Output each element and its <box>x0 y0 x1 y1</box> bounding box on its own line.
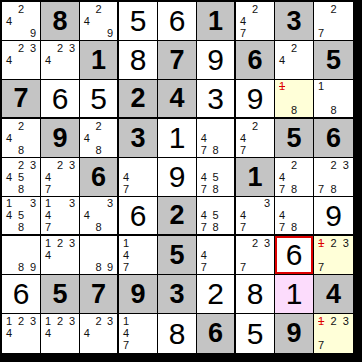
cell-r9c7[interactable]: 5 <box>236 314 275 353</box>
cell-r7c1[interactable]: 89 <box>2 236 41 275</box>
candidates: 47 <box>119 158 157 196</box>
candidate-3: 3 <box>104 198 116 210</box>
candidate-3: 3 <box>340 237 352 249</box>
candidate-9: 9 <box>104 261 116 273</box>
cell-r8c4[interactable]: 9 <box>119 275 158 314</box>
cell-r3c2[interactable]: 6 <box>41 80 80 119</box>
cell-r1c8[interactable]: 3 <box>275 2 314 41</box>
given-value: 5 <box>326 47 341 74</box>
candidates: 248 <box>2 119 40 157</box>
candidate-8: 8 <box>93 144 105 156</box>
candidate-2: 2 <box>327 237 339 249</box>
cell-r5c3[interactable]: 6 <box>80 158 119 197</box>
cell-r3c4[interactable]: 2 <box>119 80 158 119</box>
candidates: 2347 <box>41 158 79 196</box>
candidate-7: 7 <box>276 221 288 233</box>
cell-r7c8[interactable]: 6 <box>275 236 314 275</box>
given-value: 7 <box>169 47 184 74</box>
cell-r1c1[interactable]: 249 <box>2 2 41 41</box>
candidate-8: 8 <box>210 221 222 233</box>
candidate-7: 7 <box>237 221 249 233</box>
candidate-8: 8 <box>288 221 300 233</box>
candidates: 249 <box>2 2 40 40</box>
candidate-1: 1 <box>42 315 54 327</box>
candidate-4: 4 <box>120 249 132 261</box>
candidate-9: 9 <box>27 27 39 39</box>
candidates: 4578 <box>197 197 234 234</box>
given-value: 3 <box>169 281 184 308</box>
candidate-1: 1 <box>42 237 54 249</box>
candidate-7: 7 <box>237 27 249 39</box>
candidate-8: 8 <box>327 183 339 195</box>
candidates: 234 <box>41 41 79 79</box>
candidate-3: 3 <box>27 42 39 54</box>
cell-r8c5[interactable]: 3 <box>158 275 197 314</box>
candidate-4: 4 <box>198 210 210 222</box>
candidate-2: 2 <box>15 315 27 327</box>
cell-r6c3[interactable]: 348 <box>80 197 119 236</box>
cell-r5c6[interactable]: 4578 <box>197 158 236 197</box>
candidate-4: 4 <box>198 171 210 183</box>
solved-value: 6 <box>286 240 303 270</box>
candidate-2: 2 <box>93 120 105 132</box>
candidate-4: 4 <box>276 171 288 183</box>
candidate-2: 2 <box>15 3 27 15</box>
solved-value: 3 <box>207 84 224 114</box>
cell-r2c2[interactable]: 234 <box>41 41 80 80</box>
solved-value: 1 <box>169 123 186 153</box>
eliminated-candidate-1: 1 <box>315 237 327 249</box>
solved-value: 5 <box>90 84 107 114</box>
candidate-7: 7 <box>198 144 210 156</box>
cell-r7c7[interactable]: 237 <box>236 236 275 275</box>
given-value: 5 <box>169 242 184 269</box>
candidate-9: 9 <box>104 27 116 39</box>
cell-r6c4[interactable]: 6 <box>119 197 158 236</box>
candidates: 247 <box>236 119 274 157</box>
candidate-5: 5 <box>210 171 222 183</box>
eliminated-candidate-1: 1 <box>276 81 288 93</box>
candidate-2: 2 <box>54 315 66 327</box>
solved-value: 8 <box>130 45 147 75</box>
cell-r8c8[interactable]: 1 <box>275 275 314 314</box>
given-value: 8 <box>52 8 67 35</box>
candidate-8: 8 <box>15 144 27 156</box>
candidate-8: 8 <box>288 104 300 116</box>
eliminated-candidate-1: 1 <box>315 315 327 327</box>
given-value: 5 <box>286 125 301 152</box>
candidate-3: 3 <box>66 42 78 54</box>
candidate-7: 7 <box>237 261 249 273</box>
candidate-1: 1 <box>120 237 132 249</box>
given-value: 9 <box>286 320 301 347</box>
candidate-7: 7 <box>198 261 210 273</box>
cell-r5c7[interactable]: 1 <box>236 158 275 197</box>
candidate-2: 2 <box>54 237 66 249</box>
candidate-2: 2 <box>249 120 261 132</box>
candidate-4: 4 <box>120 327 132 339</box>
candidates: 234 <box>80 314 117 353</box>
candidate-3: 3 <box>27 198 39 210</box>
given-value: 7 <box>13 85 28 112</box>
candidate-1: 1 <box>120 315 132 327</box>
cell-r5c5[interactable]: 9 <box>158 158 197 197</box>
candidate-8: 8 <box>210 144 222 156</box>
cell-r1c3[interactable]: 249 <box>80 2 119 41</box>
candidate-7: 7 <box>276 183 288 195</box>
candidate-3: 3 <box>66 315 78 327</box>
candidate-2: 2 <box>288 159 300 171</box>
candidate-8: 8 <box>93 261 105 273</box>
cell-r2c8[interactable]: 24 <box>275 41 314 80</box>
cell-r2c4[interactable]: 8 <box>119 41 158 80</box>
candidates: 81 <box>275 80 313 117</box>
candidates: 13458 <box>2 197 40 234</box>
candidates: 247 <box>236 2 274 40</box>
candidate-3: 3 <box>261 198 273 210</box>
cell-r5c9[interactable]: 2378 <box>314 158 353 197</box>
candidate-4: 4 <box>198 249 210 261</box>
given-value: 4 <box>326 281 341 308</box>
candidate-2: 2 <box>288 42 300 54</box>
solved-value: 2 <box>207 279 224 309</box>
cell-r9c9[interactable]: 2371 <box>314 314 353 353</box>
candidate-4: 4 <box>81 132 93 144</box>
cell-r6c6[interactable]: 4578 <box>197 197 236 236</box>
given-value: 3 <box>130 125 145 152</box>
cell-r2c7[interactable]: 6 <box>236 41 275 80</box>
candidate-4: 4 <box>81 327 93 339</box>
candidate-3: 3 <box>104 315 116 327</box>
cell-r6c8[interactable]: 478 <box>275 197 314 236</box>
candidate-2: 2 <box>15 42 27 54</box>
given-value: 2 <box>169 202 184 229</box>
candidates: 2478 <box>275 158 313 196</box>
cell-r4c5[interactable]: 1 <box>158 119 197 158</box>
candidate-2: 2 <box>327 315 339 327</box>
candidate-7: 7 <box>120 183 132 195</box>
candidates: 47 <box>197 236 234 274</box>
cell-r5c4[interactable]: 47 <box>119 158 158 197</box>
cell-r2c1[interactable]: 234 <box>2 41 41 80</box>
candidate-7: 7 <box>198 221 210 233</box>
cell-r6c5[interactable]: 2 <box>158 197 197 236</box>
candidate-8: 8 <box>210 183 222 195</box>
candidate-4: 4 <box>42 171 54 183</box>
cell-r3c9[interactable]: 18 <box>314 80 353 119</box>
given-value: 6 <box>247 47 262 74</box>
candidate-7: 7 <box>315 261 327 273</box>
candidates: 348 <box>80 197 117 234</box>
solved-value: 8 <box>169 319 186 349</box>
candidates: 2378 <box>314 158 353 196</box>
solved-value: 9 <box>207 45 224 75</box>
candidate-4: 4 <box>237 15 249 27</box>
candidate-4: 4 <box>81 210 93 222</box>
cell-r4c1[interactable]: 248 <box>2 119 41 158</box>
candidates: 1234 <box>41 314 79 353</box>
cell-r2c9[interactable]: 5 <box>314 41 353 80</box>
cell-r4c6[interactable]: 478 <box>197 119 236 158</box>
given-value: 1 <box>208 8 223 35</box>
given-value: 9 <box>52 125 67 152</box>
candidates: 478 <box>197 119 234 157</box>
solved-value: 5 <box>247 319 264 349</box>
candidate-4: 4 <box>276 210 288 222</box>
candidate-4: 4 <box>237 132 249 144</box>
cell-r7c3[interactable]: 89 <box>80 236 119 275</box>
candidate-4: 4 <box>198 132 210 144</box>
candidate-2: 2 <box>15 120 27 132</box>
cell-r4c4[interactable]: 3 <box>119 119 158 158</box>
candidate-4: 4 <box>3 171 15 183</box>
candidate-8: 8 <box>15 183 27 195</box>
candidates: 1234 <box>2 314 40 353</box>
cell-r8c6[interactable]: 2 <box>197 275 236 314</box>
candidates: 1234 <box>41 236 79 274</box>
given-value: 6 <box>208 320 223 347</box>
candidate-7: 7 <box>315 27 327 39</box>
candidate-2: 2 <box>15 159 27 171</box>
candidate-2: 2 <box>54 159 66 171</box>
given-value: 6 <box>326 125 341 152</box>
cell-r7c9[interactable]: 2371 <box>314 236 353 275</box>
cell-r6c7[interactable]: 347 <box>236 197 275 236</box>
cell-r9c3[interactable]: 234 <box>80 314 119 353</box>
solved-value: 6 <box>13 279 30 309</box>
candidate-7: 7 <box>315 183 327 195</box>
cell-r8c7[interactable]: 8 <box>236 275 275 314</box>
candidates: 2371 <box>314 236 353 274</box>
candidate-4: 4 <box>3 210 15 222</box>
cell-r4c7[interactable]: 247 <box>236 119 275 158</box>
candidate-4: 4 <box>237 210 249 222</box>
candidate-2: 2 <box>327 3 339 15</box>
candidates: 89 <box>2 236 40 274</box>
cell-r8c9[interactable]: 4 <box>314 275 353 314</box>
candidate-8: 8 <box>288 183 300 195</box>
candidates: 249 <box>80 2 117 40</box>
candidate-7: 7 <box>120 340 132 352</box>
candidate-2: 2 <box>327 159 339 171</box>
cell-r1c4[interactable]: 5 <box>119 2 158 41</box>
candidates: 18 <box>314 80 353 117</box>
given-value: 1 <box>247 164 262 191</box>
cell-r5c1[interactable]: 23458 <box>2 158 41 197</box>
candidate-5: 5 <box>15 210 27 222</box>
given-value: 5 <box>52 281 67 308</box>
candidate-9: 9 <box>27 261 39 273</box>
cell-r1c5[interactable]: 6 <box>158 2 197 41</box>
candidate-4: 4 <box>42 54 54 66</box>
candidate-5: 5 <box>15 171 27 183</box>
solved-value: 9 <box>169 162 186 192</box>
candidate-2: 2 <box>54 42 66 54</box>
candidate-4: 4 <box>42 249 54 261</box>
candidate-4: 4 <box>276 54 288 66</box>
cell-r1c7[interactable]: 247 <box>236 2 275 41</box>
candidate-7: 7 <box>198 183 210 195</box>
cell-r7c6[interactable]: 47 <box>197 236 236 275</box>
given-value: 4 <box>169 85 184 112</box>
candidate-1: 1 <box>3 315 15 327</box>
candidate-3: 3 <box>27 159 39 171</box>
cell-r4c3[interactable]: 248 <box>80 119 119 158</box>
candidate-4: 4 <box>81 15 93 27</box>
candidates: 237 <box>236 236 274 274</box>
candidate-3: 3 <box>66 198 78 210</box>
candidate-8: 8 <box>93 221 105 233</box>
candidates: 27 <box>314 2 353 40</box>
given-value: 2 <box>130 85 145 112</box>
candidate-3: 3 <box>27 315 39 327</box>
candidate-4: 4 <box>120 171 132 183</box>
candidates: 1347 <box>41 197 79 234</box>
candidate-8: 8 <box>15 261 27 273</box>
given-value: 7 <box>91 281 106 308</box>
candidate-3: 3 <box>66 159 78 171</box>
sudoku-board: 2498249561247327234234187962457652439811… <box>0 0 362 362</box>
cell-r9c6[interactable]: 6 <box>197 314 236 353</box>
cell-r2c5[interactable]: 7 <box>158 41 197 80</box>
candidate-8: 8 <box>15 221 27 233</box>
candidate-7: 7 <box>42 221 54 233</box>
solved-value: 9 <box>325 201 342 231</box>
candidate-3: 3 <box>261 237 273 249</box>
cell-r9c2[interactable]: 1234 <box>41 314 80 353</box>
solved-value: 5 <box>130 6 147 36</box>
candidate-2: 2 <box>93 3 105 15</box>
candidates: 478 <box>275 197 313 234</box>
cell-r6c2[interactable]: 1347 <box>41 197 80 236</box>
candidate-4: 4 <box>42 210 54 222</box>
candidate-7: 7 <box>315 340 327 352</box>
candidate-1: 1 <box>42 198 54 210</box>
given-value: 3 <box>286 8 301 35</box>
cell-r3c3[interactable]: 5 <box>80 80 119 119</box>
cell-r2c3[interactable]: 1 <box>80 41 119 80</box>
cell-r8c3[interactable]: 7 <box>80 275 119 314</box>
candidate-7: 7 <box>120 261 132 273</box>
candidate-5: 5 <box>210 210 222 222</box>
cell-r9c1[interactable]: 1234 <box>2 314 41 353</box>
cell-r8c2[interactable]: 5 <box>41 275 80 314</box>
candidate-4: 4 <box>42 327 54 339</box>
candidate-3: 3 <box>340 315 352 327</box>
solved-value: 8 <box>247 279 264 309</box>
given-value: 6 <box>91 164 106 191</box>
cell-r4c9[interactable]: 6 <box>314 119 353 158</box>
candidates: 24 <box>275 41 313 79</box>
cell-r7c2[interactable]: 1234 <box>41 236 80 275</box>
cell-r1c6[interactable]: 1 <box>197 2 236 41</box>
candidate-1: 1 <box>315 81 327 93</box>
candidate-1: 1 <box>3 198 15 210</box>
candidates: 4578 <box>197 158 234 196</box>
solved-value: 9 <box>247 84 264 114</box>
candidates: 89 <box>80 236 117 274</box>
candidate-4: 4 <box>3 54 15 66</box>
cell-r6c1[interactable]: 13458 <box>2 197 41 236</box>
cell-r3c8[interactable]: 81 <box>275 80 314 119</box>
cell-r9c5[interactable]: 8 <box>158 314 197 353</box>
candidate-2: 2 <box>93 315 105 327</box>
cell-r5c2[interactable]: 2347 <box>41 158 80 197</box>
cell-r4c2[interactable]: 9 <box>41 119 80 158</box>
cell-r1c9[interactable]: 27 <box>314 2 353 41</box>
candidate-4: 4 <box>3 132 15 144</box>
candidate-7: 7 <box>237 144 249 156</box>
solved-value: 6 <box>52 84 69 114</box>
candidate-3: 3 <box>66 237 78 249</box>
candidates: 23458 <box>2 158 40 196</box>
cell-r9c4[interactable]: 147 <box>119 314 158 353</box>
cell-r3c5[interactable]: 4 <box>158 80 197 119</box>
cell-r5c8[interactable]: 2478 <box>275 158 314 197</box>
candidate-3: 3 <box>340 159 352 171</box>
candidates: 147 <box>119 314 157 353</box>
solved-value: 6 <box>130 201 147 231</box>
cell-r7c5[interactable]: 5 <box>158 236 197 275</box>
candidates: 248 <box>80 119 117 157</box>
cell-r3c6[interactable]: 3 <box>197 80 236 119</box>
solved-value: 6 <box>169 6 186 36</box>
cell-r8c1[interactable]: 6 <box>2 275 41 314</box>
candidate-4: 4 <box>3 15 15 27</box>
solved-value: 1 <box>286 279 303 309</box>
candidate-4: 4 <box>3 327 15 339</box>
cell-r1c2[interactable]: 8 <box>41 2 80 41</box>
cell-r9c8[interactable]: 9 <box>275 314 314 353</box>
candidate-8: 8 <box>327 104 339 116</box>
cell-r3c1[interactable]: 7 <box>2 80 41 119</box>
candidates: 2371 <box>314 314 353 353</box>
cell-r2c6[interactable]: 9 <box>197 41 236 80</box>
candidate-2: 2 <box>249 237 261 249</box>
given-value: 1 <box>91 47 106 74</box>
candidates: 147 <box>119 236 157 274</box>
cell-r4c8[interactable]: 5 <box>275 119 314 158</box>
candidate-2: 2 <box>249 3 261 15</box>
cell-r3c7[interactable]: 9 <box>236 80 275 119</box>
given-value: 9 <box>130 281 145 308</box>
candidates: 234 <box>2 41 40 79</box>
candidate-7: 7 <box>42 183 54 195</box>
cell-r6c9[interactable]: 9 <box>314 197 353 236</box>
cell-r7c4[interactable]: 147 <box>119 236 158 275</box>
candidates: 347 <box>236 197 274 234</box>
